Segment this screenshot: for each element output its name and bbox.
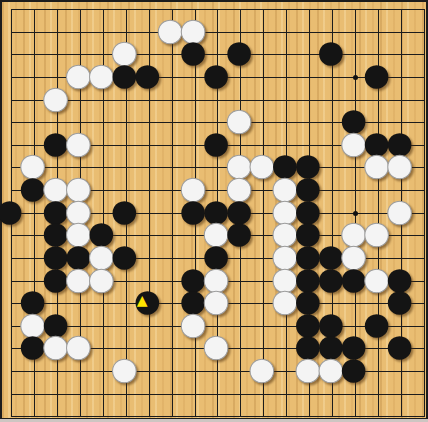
grid-horizontal-line [11,394,425,395]
black-stone: ● [317,39,341,63]
black-stone: ● [180,39,204,63]
black-stone: ● [0,198,20,222]
black-stone: ● [202,62,226,86]
white-stone: ● [65,266,89,290]
white-stone: ● [65,130,89,154]
black-stone: ● [363,62,387,86]
black-stone: ● [134,62,158,86]
star-point [353,75,358,80]
white-stone: ● [271,288,295,312]
black-stone: ● [386,333,410,357]
go-app-window: ●●●●●●●●●●●●●●●●●●●●●●●●●●●●●●●●●●●●●●●●… [0,0,428,422]
white-stone: ● [386,152,410,176]
black-stone: ● [340,356,364,380]
black-stone: ● [340,266,364,290]
white-stone: ● [88,266,112,290]
black-stone: ● [19,333,43,357]
white-stone: ● [180,311,204,335]
white-stone: ● [88,62,112,86]
white-stone: ● [363,266,387,290]
go-board[interactable]: ●●●●●●●●●●●●●●●●●●●●●●●●●●●●●●●●●●●●●●●●… [2,2,426,418]
white-stone: ● [65,333,89,357]
black-stone: ● [202,130,226,154]
white-stone: ● [340,130,364,154]
grid-vertical-line [424,9,425,417]
white-stone: ● [317,356,341,380]
white-stone: ● [248,356,272,380]
black-stone: ● [111,62,135,86]
white-stone: ● [202,333,226,357]
white-stone: ● [294,356,318,380]
white-stone: ● [42,85,66,109]
grid-horizontal-line [11,416,425,417]
white-stone: ● [111,356,135,380]
white-stone: ● [363,152,387,176]
last-move-triangle-marker: ▲ [137,293,148,307]
white-stone: ● [42,333,66,357]
white-stone: ● [157,17,181,41]
black-stone: ● [180,198,204,222]
